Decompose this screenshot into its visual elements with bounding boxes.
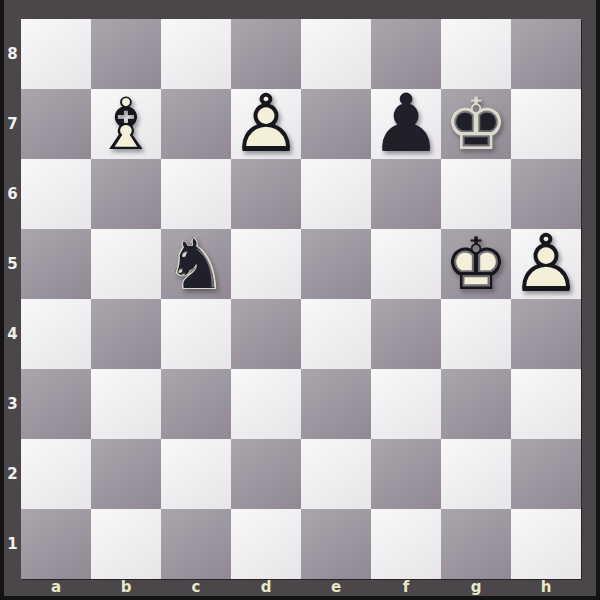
black-king-outline: ♔ <box>441 89 511 159</box>
square-d6[interactable] <box>231 159 301 229</box>
black-king[interactable]: ♚♔ <box>441 89 511 159</box>
rank-label-1: 1 <box>4 509 21 579</box>
file-label-e: e <box>301 578 371 596</box>
square-c4[interactable] <box>161 299 231 369</box>
square-e8[interactable] <box>301 19 371 89</box>
file-labels: abcdefgh <box>21 578 581 596</box>
square-g8[interactable] <box>441 19 511 89</box>
square-e6[interactable] <box>301 159 371 229</box>
file-label-f: f <box>371 578 441 596</box>
square-b4[interactable] <box>91 299 161 369</box>
square-a2[interactable] <box>21 439 91 509</box>
square-f5[interactable] <box>371 229 441 299</box>
square-e2[interactable] <box>301 439 371 509</box>
square-f8[interactable] <box>371 19 441 89</box>
square-d7[interactable]: ♟♙ <box>231 89 301 159</box>
square-d1[interactable] <box>231 509 301 579</box>
square-h5[interactable]: ♟♙ <box>511 229 581 299</box>
board: ♝♗♟♙♟♚♔♞♘♚♔♟♙ <box>21 19 581 579</box>
square-e4[interactable] <box>301 299 371 369</box>
rank-label-3: 3 <box>4 369 21 439</box>
square-b3[interactable] <box>91 369 161 439</box>
square-c8[interactable] <box>161 19 231 89</box>
white-pawn-outline: ♙ <box>511 229 581 299</box>
square-b2[interactable] <box>91 439 161 509</box>
white-pawn[interactable]: ♟♙ <box>511 229 581 299</box>
square-c3[interactable] <box>161 369 231 439</box>
rank-labels: 87654321 <box>4 19 21 579</box>
square-f3[interactable] <box>371 369 441 439</box>
rank-label-8: 8 <box>4 19 21 89</box>
square-h2[interactable] <box>511 439 581 509</box>
file-label-b: b <box>91 578 161 596</box>
square-c7[interactable] <box>161 89 231 159</box>
square-g1[interactable] <box>441 509 511 579</box>
white-king-glyph: ♚ <box>441 229 511 299</box>
file-label-a: a <box>21 578 91 596</box>
file-label-d: d <box>231 578 301 596</box>
square-c1[interactable] <box>161 509 231 579</box>
square-f7[interactable]: ♟ <box>371 89 441 159</box>
square-d4[interactable] <box>231 299 301 369</box>
square-b7[interactable]: ♝♗ <box>91 89 161 159</box>
square-f2[interactable] <box>371 439 441 509</box>
white-pawn-glyph: ♟ <box>231 89 301 159</box>
frame-edge-right <box>596 0 600 600</box>
square-f4[interactable] <box>371 299 441 369</box>
square-g2[interactable] <box>441 439 511 509</box>
square-c5[interactable]: ♞♘ <box>161 229 231 299</box>
black-knight-outline: ♘ <box>161 229 231 299</box>
square-c2[interactable] <box>161 439 231 509</box>
black-knight[interactable]: ♞♘ <box>161 229 231 299</box>
white-bishop-glyph: ♝ <box>91 89 161 159</box>
square-d8[interactable] <box>231 19 301 89</box>
white-pawn-outline: ♙ <box>231 89 301 159</box>
square-f1[interactable] <box>371 509 441 579</box>
square-f6[interactable] <box>371 159 441 229</box>
file-label-h: h <box>511 578 581 596</box>
square-h6[interactable] <box>511 159 581 229</box>
white-king[interactable]: ♚♔ <box>441 229 511 299</box>
square-b5[interactable] <box>91 229 161 299</box>
black-king-glyph: ♚ <box>441 89 511 159</box>
square-e1[interactable] <box>301 509 371 579</box>
file-label-c: c <box>161 578 231 596</box>
rank-label-4: 4 <box>4 299 21 369</box>
frame-edge-bottom <box>0 596 600 600</box>
black-knight-glyph: ♞ <box>161 229 231 299</box>
white-bishop-outline: ♗ <box>91 89 161 159</box>
square-a5[interactable] <box>21 229 91 299</box>
chessboard-frame: 87654321 ♝♗♟♙♟♚♔♞♘♚♔♟♙ abcdefgh <box>0 0 600 600</box>
square-a8[interactable] <box>21 19 91 89</box>
square-d3[interactable] <box>231 369 301 439</box>
white-pawn-glyph: ♟ <box>511 229 581 299</box>
square-b1[interactable] <box>91 509 161 579</box>
square-e7[interactable] <box>301 89 371 159</box>
square-h7[interactable] <box>511 89 581 159</box>
square-a7[interactable] <box>21 89 91 159</box>
square-g5[interactable]: ♚♔ <box>441 229 511 299</box>
square-a3[interactable] <box>21 369 91 439</box>
square-g4[interactable] <box>441 299 511 369</box>
rank-label-7: 7 <box>4 89 21 159</box>
square-d2[interactable] <box>231 439 301 509</box>
square-c6[interactable] <box>161 159 231 229</box>
square-b8[interactable] <box>91 19 161 89</box>
square-h4[interactable] <box>511 299 581 369</box>
square-a1[interactable] <box>21 509 91 579</box>
square-d5[interactable] <box>231 229 301 299</box>
rank-label-6: 6 <box>4 159 21 229</box>
square-g3[interactable] <box>441 369 511 439</box>
square-h1[interactable] <box>511 509 581 579</box>
square-b6[interactable] <box>91 159 161 229</box>
square-a4[interactable] <box>21 299 91 369</box>
square-e3[interactable] <box>301 369 371 439</box>
white-pawn[interactable]: ♟♙ <box>231 89 301 159</box>
black-pawn-glyph: ♟ <box>371 89 441 159</box>
square-h3[interactable] <box>511 369 581 439</box>
file-label-g: g <box>441 578 511 596</box>
square-e5[interactable] <box>301 229 371 299</box>
square-h8[interactable] <box>511 19 581 89</box>
square-a6[interactable] <box>21 159 91 229</box>
square-g7[interactable]: ♚♔ <box>441 89 511 159</box>
black-pawn[interactable]: ♟ <box>371 89 441 159</box>
white-king-outline: ♔ <box>441 229 511 299</box>
square-g6[interactable] <box>441 159 511 229</box>
white-bishop[interactable]: ♝♗ <box>91 89 161 159</box>
rank-label-5: 5 <box>4 229 21 299</box>
rank-label-2: 2 <box>4 439 21 509</box>
